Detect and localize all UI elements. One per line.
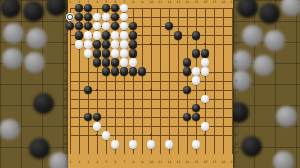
board-intersection[interactable] — [75, 113, 84, 122]
board-intersection[interactable] — [93, 49, 102, 58]
board-intersection[interactable] — [192, 94, 201, 103]
board-intersection[interactable] — [120, 40, 129, 49]
board-intersection[interactable] — [138, 131, 147, 140]
board-intersection[interactable] — [192, 122, 201, 131]
board-intersection[interactable] — [156, 67, 165, 76]
board-intersection[interactable] — [120, 67, 129, 76]
board-intersection[interactable] — [183, 40, 192, 49]
board-intersection[interactable] — [165, 49, 174, 58]
row-label: 17 — [63, 149, 68, 158]
board-intersection[interactable] — [183, 31, 192, 40]
board-intersection[interactable] — [192, 131, 201, 140]
board-intersection[interactable] — [84, 31, 93, 40]
board-intersection[interactable] — [174, 103, 183, 112]
board-intersection[interactable] — [75, 85, 84, 94]
board-intersection[interactable] — [174, 140, 183, 149]
board-intersection[interactable] — [138, 103, 147, 112]
board-intersection[interactable] — [201, 31, 210, 40]
board-intersection[interactable] — [210, 140, 219, 149]
board-intersection[interactable] — [201, 40, 210, 49]
board-intersection[interactable] — [165, 3, 174, 12]
board-intersection[interactable] — [93, 40, 102, 49]
board-intersection[interactable] — [102, 94, 111, 103]
board-intersection[interactable] — [129, 113, 138, 122]
board-intersection[interactable] — [174, 13, 183, 22]
board-intersection[interactable] — [147, 22, 156, 31]
board-intersection[interactable] — [147, 49, 156, 58]
board-intersection[interactable] — [156, 140, 165, 149]
board-intersection[interactable] — [111, 49, 120, 58]
board-intersection[interactable] — [120, 122, 129, 131]
board-intersection[interactable] — [210, 94, 219, 103]
board-intersection[interactable] — [210, 13, 219, 22]
board-intersection[interactable] — [93, 113, 102, 122]
board-intersection[interactable] — [75, 122, 84, 131]
board-intersection[interactable] — [84, 103, 93, 112]
board-intersection[interactable] — [183, 49, 192, 58]
board-intersection[interactable] — [165, 31, 174, 40]
board-intersection[interactable] — [147, 31, 156, 40]
board-intersection[interactable] — [75, 31, 84, 40]
board-intersection[interactable] — [219, 58, 228, 67]
board-intersection[interactable] — [102, 140, 111, 149]
board-intersection[interactable] — [165, 13, 174, 22]
board-intersection[interactable] — [156, 22, 165, 31]
blurred-black-stone — [33, 93, 54, 114]
go-board[interactable]: 12345678910111213141516171819 1234567891… — [68, 0, 233, 168]
board-intersection[interactable] — [84, 149, 93, 158]
board-intersection[interactable] — [192, 3, 201, 12]
board-intersection[interactable] — [147, 113, 156, 122]
board-intersection[interactable] — [120, 13, 129, 22]
board-intersection[interactable] — [129, 140, 138, 149]
board-intersection[interactable] — [219, 40, 228, 49]
board-intersection[interactable] — [219, 122, 228, 131]
board-intersection[interactable] — [120, 131, 129, 140]
black-stone — [93, 40, 102, 49]
board-intersection[interactable] — [111, 13, 120, 22]
board-intersection[interactable] — [93, 103, 102, 112]
board-intersection[interactable] — [183, 58, 192, 67]
board-intersection[interactable] — [147, 3, 156, 12]
board-intersection[interactable] — [201, 49, 210, 58]
board-intersection[interactable] — [138, 85, 147, 94]
board-intersection[interactable] — [102, 149, 111, 158]
board-intersection[interactable] — [93, 58, 102, 67]
board-intersection[interactable] — [84, 113, 93, 122]
board-intersection[interactable] — [147, 122, 156, 131]
board-intersection[interactable] — [111, 40, 120, 49]
board-intersection[interactable] — [147, 76, 156, 85]
board-intersection[interactable] — [129, 67, 138, 76]
board-intersection[interactable] — [210, 67, 219, 76]
board-intersection[interactable] — [111, 22, 120, 31]
board-intersection[interactable] — [120, 103, 129, 112]
board-intersection[interactable] — [84, 49, 93, 58]
board-intersection[interactable] — [93, 13, 102, 22]
board-intersection[interactable] — [156, 131, 165, 140]
board-intersection[interactable] — [120, 31, 129, 40]
board-intersection[interactable] — [129, 31, 138, 40]
board-intersection[interactable] — [165, 76, 174, 85]
board-intersection[interactable] — [75, 58, 84, 67]
board-intersection[interactable] — [102, 49, 111, 58]
board-intersection[interactable] — [201, 140, 210, 149]
board-intersection[interactable] — [102, 31, 111, 40]
board-intersection[interactable] — [102, 67, 111, 76]
board-intersection[interactable] — [75, 140, 84, 149]
board-intersection[interactable] — [210, 85, 219, 94]
board-intersection[interactable] — [138, 13, 147, 22]
board-intersection[interactable] — [138, 40, 147, 49]
board-intersection[interactable] — [183, 140, 192, 149]
board-intersection[interactable] — [174, 3, 183, 12]
board-intersection[interactable] — [174, 122, 183, 131]
board-intersection[interactable] — [156, 94, 165, 103]
board-intersection[interactable] — [183, 149, 192, 158]
board-intersection[interactable] — [129, 3, 138, 12]
board-intersection[interactable] — [138, 3, 147, 12]
board-intersection[interactable] — [111, 76, 120, 85]
board-intersection[interactable] — [102, 76, 111, 85]
board-intersection[interactable] — [183, 94, 192, 103]
board-intersection[interactable] — [138, 122, 147, 131]
board-intersection[interactable] — [138, 94, 147, 103]
board-intersection[interactable] — [201, 94, 210, 103]
board-intersection[interactable] — [129, 94, 138, 103]
board-intersection[interactable] — [129, 49, 138, 58]
board-intersection[interactable] — [75, 40, 84, 49]
board-intersection[interactable] — [183, 131, 192, 140]
board-intersection[interactable] — [93, 131, 102, 140]
board-intersection[interactable] — [84, 40, 93, 49]
board-intersection[interactable] — [147, 40, 156, 49]
board-intersection[interactable] — [165, 40, 174, 49]
board-intersection[interactable] — [183, 85, 192, 94]
board-intersection[interactable] — [129, 131, 138, 140]
board-intersection[interactable] — [120, 22, 129, 31]
board-intersection[interactable] — [192, 58, 201, 67]
black-stone — [75, 13, 84, 22]
board-intersection[interactable] — [129, 22, 138, 31]
board-intersection[interactable] — [129, 149, 138, 158]
board-intersection[interactable] — [84, 140, 93, 149]
board-intersection[interactable] — [192, 49, 201, 58]
board-intersection[interactable] — [165, 58, 174, 67]
board-intersection[interactable] — [156, 85, 165, 94]
board-intersection[interactable] — [201, 3, 210, 12]
board-intersection[interactable] — [75, 13, 84, 22]
board-intersection[interactable] — [120, 94, 129, 103]
board-intersection[interactable] — [75, 149, 84, 158]
board-intersection[interactable] — [219, 131, 228, 140]
board-intersection[interactable] — [147, 67, 156, 76]
board-intersection[interactable] — [210, 40, 219, 49]
board-intersection[interactable] — [165, 22, 174, 31]
board-intersection[interactable] — [84, 131, 93, 140]
board-intersection[interactable] — [210, 113, 219, 122]
board-intersection[interactable] — [174, 131, 183, 140]
board-intersection[interactable] — [138, 49, 147, 58]
board-intersection[interactable] — [219, 94, 228, 103]
board-intersection[interactable] — [84, 94, 93, 103]
board-intersection[interactable] — [165, 149, 174, 158]
board-intersection[interactable] — [111, 3, 120, 12]
board-intersection[interactable] — [75, 103, 84, 112]
board-intersection[interactable] — [111, 94, 120, 103]
board-intersection[interactable] — [165, 67, 174, 76]
board-intersection[interactable] — [129, 103, 138, 112]
board-intersection[interactable] — [75, 76, 84, 85]
column-label: 8 — [129, 160, 138, 163]
board-intersection[interactable] — [129, 58, 138, 67]
board-intersection[interactable] — [219, 49, 228, 58]
board-intersection[interactable] — [165, 85, 174, 94]
board-intersection[interactable] — [147, 149, 156, 158]
board-intersection[interactable] — [210, 3, 219, 12]
board-intersection[interactable] — [219, 22, 228, 31]
board-intersection[interactable] — [75, 131, 84, 140]
board-intersection[interactable] — [138, 31, 147, 40]
board-intersection[interactable] — [201, 113, 210, 122]
board-intersection[interactable] — [174, 149, 183, 158]
board-intersection[interactable] — [147, 140, 156, 149]
board-intersection[interactable] — [147, 131, 156, 140]
board-intersection[interactable] — [210, 76, 219, 85]
board-intersection[interactable] — [174, 22, 183, 31]
board-intersection[interactable] — [219, 85, 228, 94]
board-intersection[interactable] — [201, 58, 210, 67]
board-intersection[interactable] — [192, 85, 201, 94]
board-intersection[interactable] — [120, 49, 129, 58]
board-intersection[interactable] — [183, 103, 192, 112]
board-intersection[interactable] — [210, 31, 219, 40]
column-label: 11 — [156, 160, 165, 163]
board-intersection[interactable] — [201, 149, 210, 158]
board-intersection[interactable] — [102, 40, 111, 49]
board-intersection[interactable] — [183, 122, 192, 131]
board-intersection[interactable] — [156, 3, 165, 12]
board-intersection[interactable] — [192, 76, 201, 85]
board-intersection[interactable] — [120, 149, 129, 158]
board-intersection[interactable] — [102, 85, 111, 94]
board-intersection[interactable] — [201, 67, 210, 76]
board-intersection[interactable] — [138, 67, 147, 76]
board-intersection[interactable] — [192, 31, 201, 40]
board-intersection[interactable] — [183, 3, 192, 12]
board-intersection[interactable] — [192, 149, 201, 158]
board-intersection[interactable] — [210, 103, 219, 112]
board-intersection[interactable] — [120, 85, 129, 94]
board-intersection[interactable] — [210, 58, 219, 67]
board-intersection[interactable] — [111, 85, 120, 94]
board-intersection[interactable] — [156, 13, 165, 22]
board-intersection[interactable] — [219, 13, 228, 22]
black-stone — [84, 22, 93, 31]
board-intersection[interactable] — [147, 103, 156, 112]
board-intersection[interactable] — [165, 131, 174, 140]
board-intersection[interactable] — [102, 3, 111, 12]
board-intersection[interactable] — [183, 76, 192, 85]
board-intersection[interactable] — [165, 103, 174, 112]
board-intersection[interactable] — [192, 67, 201, 76]
board-intersection[interactable] — [111, 122, 120, 131]
board-intersection[interactable] — [102, 113, 111, 122]
board-intersection[interactable] — [120, 58, 129, 67]
board-intersection[interactable] — [156, 40, 165, 49]
board-intersection[interactable] — [174, 76, 183, 85]
board-intersection[interactable] — [147, 94, 156, 103]
board-intersection[interactable] — [93, 94, 102, 103]
board-intersection[interactable] — [93, 22, 102, 31]
board-intersection[interactable] — [201, 131, 210, 140]
board-intersection[interactable] — [129, 13, 138, 22]
board-intersection[interactable] — [84, 13, 93, 22]
board-intersection[interactable] — [138, 149, 147, 158]
board-intersection[interactable] — [219, 31, 228, 40]
board-intersection[interactable] — [210, 22, 219, 31]
board-intersection[interactable] — [147, 13, 156, 22]
board-intersection[interactable] — [192, 140, 201, 149]
board-intersection[interactable] — [174, 94, 183, 103]
board-intersection[interactable] — [102, 13, 111, 22]
board-intersection[interactable] — [174, 40, 183, 49]
board-intersection[interactable] — [120, 3, 129, 12]
board-intersection[interactable] — [84, 85, 93, 94]
board-intersection[interactable] — [219, 149, 228, 158]
board-intersection[interactable] — [174, 85, 183, 94]
board-intersection[interactable] — [192, 40, 201, 49]
white-stone — [111, 49, 120, 58]
board-intersection[interactable] — [201, 103, 210, 112]
board-intersection[interactable] — [111, 58, 120, 67]
board-intersection[interactable] — [156, 76, 165, 85]
board-intersection[interactable] — [147, 58, 156, 67]
board-intersection[interactable] — [93, 122, 102, 131]
board-intersection[interactable] — [129, 40, 138, 49]
board-intersection[interactable] — [201, 122, 210, 131]
board-intersection[interactable] — [129, 122, 138, 131]
board-intersection[interactable] — [183, 113, 192, 122]
board-intersection[interactable] — [111, 149, 120, 158]
board-intersection[interactable] — [75, 67, 84, 76]
board-intersection[interactable] — [192, 113, 201, 122]
board-intersection[interactable] — [219, 3, 228, 12]
board-intersection[interactable] — [102, 122, 111, 131]
board-intersection[interactable] — [183, 13, 192, 22]
board-intersection[interactable] — [174, 67, 183, 76]
board-intersection[interactable] — [84, 76, 93, 85]
board-intersection[interactable] — [93, 3, 102, 12]
black-stone — [93, 49, 102, 58]
board-intersection[interactable] — [201, 76, 210, 85]
board-intersection[interactable] — [174, 49, 183, 58]
board-intersection[interactable] — [93, 67, 102, 76]
board-intersection[interactable] — [84, 122, 93, 131]
board-intersection[interactable] — [183, 22, 192, 31]
board-intersection[interactable] — [156, 122, 165, 131]
board-intersection[interactable] — [93, 140, 102, 149]
board-intersection[interactable] — [93, 149, 102, 158]
board-intersection[interactable] — [129, 76, 138, 85]
board-intersection[interactable] — [111, 131, 120, 140]
board-intersection[interactable] — [165, 122, 174, 131]
board-intersection[interactable] — [219, 76, 228, 85]
board-intersection[interactable] — [210, 49, 219, 58]
board-intersection[interactable] — [102, 131, 111, 140]
board-intersection[interactable] — [165, 94, 174, 103]
board-intersection[interactable] — [93, 76, 102, 85]
board-intersection[interactable] — [93, 85, 102, 94]
board-intersection[interactable] — [111, 113, 120, 122]
board-intersection[interactable] — [138, 22, 147, 31]
board-intersection[interactable] — [84, 67, 93, 76]
board-intersection[interactable] — [75, 3, 84, 12]
board-intersection[interactable] — [111, 67, 120, 76]
board-intersection[interactable] — [138, 140, 147, 149]
board-intersection[interactable] — [165, 113, 174, 122]
board-intersection[interactable] — [201, 85, 210, 94]
board-intersection[interactable] — [102, 58, 111, 67]
board-intersection[interactable] — [156, 149, 165, 158]
board-intersection[interactable] — [138, 58, 147, 67]
board-intersection[interactable] — [138, 76, 147, 85]
board-intersection[interactable] — [147, 85, 156, 94]
board-intersection[interactable] — [120, 140, 129, 149]
board-intersection[interactable] — [93, 31, 102, 40]
board-intersection[interactable] — [210, 149, 219, 158]
board-intersection[interactable] — [174, 113, 183, 122]
board-intersection[interactable] — [219, 113, 228, 122]
board-intersection[interactable] — [102, 103, 111, 112]
board-intersection[interactable] — [156, 31, 165, 40]
board-intersection[interactable] — [84, 22, 93, 31]
board-intersection[interactable] — [156, 58, 165, 67]
board-intersection[interactable] — [138, 113, 147, 122]
board-intersection[interactable] — [192, 103, 201, 112]
board-intersection[interactable] — [120, 113, 129, 122]
white-stone — [120, 49, 129, 58]
board-intersection[interactable] — [192, 22, 201, 31]
board-intersection[interactable] — [111, 103, 120, 112]
board-intersection[interactable] — [174, 58, 183, 67]
board-intersection[interactable] — [174, 31, 183, 40]
board-intersection[interactable] — [84, 58, 93, 67]
board-intersection[interactable] — [192, 13, 201, 22]
board-intersection[interactable] — [219, 140, 228, 149]
board-intersection[interactable] — [111, 31, 120, 40]
board-intersection[interactable] — [75, 49, 84, 58]
board-intersection[interactable] — [156, 103, 165, 112]
board-intersection[interactable] — [120, 76, 129, 85]
board-intersection[interactable] — [129, 85, 138, 94]
board-intersection[interactable] — [219, 103, 228, 112]
board-intersection[interactable] — [201, 22, 210, 31]
board-intersection[interactable] — [102, 22, 111, 31]
board-intersection[interactable] — [111, 140, 120, 149]
board-intersection[interactable] — [156, 113, 165, 122]
board-intersection[interactable] — [156, 49, 165, 58]
board-intersection[interactable] — [84, 3, 93, 12]
board-intersection[interactable] — [75, 22, 84, 31]
board-intersection[interactable] — [210, 131, 219, 140]
board-intersection[interactable] — [183, 67, 192, 76]
board-intersection[interactable] — [219, 67, 228, 76]
board-intersection[interactable] — [201, 13, 210, 22]
board-intersection[interactable] — [210, 122, 219, 131]
board-intersection[interactable] — [75, 94, 84, 103]
board-intersection[interactable] — [165, 140, 174, 149]
